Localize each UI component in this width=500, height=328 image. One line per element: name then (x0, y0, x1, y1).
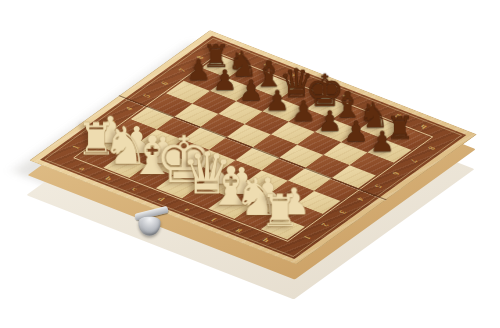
coord-file-h-back: h (418, 124, 429, 130)
clasp-shell (139, 217, 161, 236)
chess-box: ♜♞♝♛♚♝♞♜♟♟♟♟♟♟♟♟♟♟♟♟♟♟♟♟♜♞♝♚♛♝♞♜ aabbccd… (29, 30, 477, 265)
square-h1[interactable]: ♜ (261, 216, 305, 239)
coord-rank-6-right: 6 (390, 171, 402, 177)
coord-file-b-front: b (104, 175, 115, 181)
coord-file-f-front: f (210, 217, 219, 222)
coord-file-a-front: a (78, 165, 88, 171)
coord-file-h-front: h (261, 237, 272, 243)
coord-rank-5-left: 5 (140, 93, 152, 99)
coord-rank-3-right: 3 (337, 209, 349, 215)
piece-black-pawn[interactable]: ♟ (366, 128, 398, 156)
coord-rank-6-left: 6 (158, 80, 170, 86)
coord-file-c-front: c (130, 186, 140, 192)
coord-rank-5-right: 5 (372, 183, 384, 189)
box-top-face: ♜♞♝♛♚♝♞♜♟♟♟♟♟♟♟♟♟♟♟♟♟♟♟♟♜♞♝♚♛♝♞♜ aabbccd… (29, 30, 477, 265)
coord-rank-4-right: 4 (354, 196, 366, 202)
clasp-latch-icon (130, 209, 174, 243)
coord-file-g-front: g (235, 227, 245, 233)
coord-rank-2-right: 2 (319, 222, 331, 228)
piece-white-rook[interactable]: ♜ (260, 188, 292, 233)
product-photo-stage: ♜♞♝♛♚♝♞♜♟♟♟♟♟♟♟♟♟♟♟♟♟♟♟♟♜♞♝♚♛♝♞♜ aabbccd… (0, 0, 500, 328)
coord-rank-8-right: 8 (425, 145, 437, 151)
coord-rank-7-right: 7 (408, 158, 420, 164)
coord-rank-1-right: 1 (301, 235, 313, 241)
